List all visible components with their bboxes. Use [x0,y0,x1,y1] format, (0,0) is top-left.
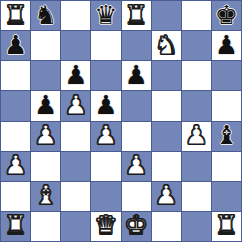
square-a5[interactable] [1,91,30,120]
white-king-e1[interactable]: ♚ [124,212,147,238]
square-e4[interactable] [122,122,151,151]
white-pawn-c5[interactable]: ♟ [64,92,87,118]
square-e1[interactable]: ♚ [122,212,151,241]
black-pawn-e6[interactable]: ♟ [124,62,147,88]
square-a4[interactable] [1,122,30,151]
square-e7[interactable] [122,31,151,60]
square-g5[interactable] [182,91,211,120]
white-rook-e8[interactable]: ♜ [124,2,147,28]
square-b3[interactable] [31,152,60,181]
square-f1[interactable] [152,212,181,241]
square-d1[interactable]: ♛ [91,212,120,241]
white-pawn-f2[interactable]: ♟ [155,182,178,208]
square-e8[interactable]: ♜ [122,1,151,30]
square-h6[interactable] [212,61,241,90]
square-f3[interactable] [152,152,181,181]
chess-board: ♜♞♛♜♚♟♞♟♟♟♟♟♟♟♟♟♝♟♟♝♟♜♛♚♜ [0,0,242,242]
black-pawn-c6[interactable]: ♟ [64,62,87,88]
square-c3[interactable] [61,152,90,181]
square-f5[interactable] [152,91,181,120]
square-h4[interactable]: ♝ [212,122,241,151]
square-b4[interactable]: ♟ [31,122,60,151]
white-pawn-a3[interactable]: ♟ [4,152,27,178]
black-bishop-h4[interactable]: ♝ [215,122,238,148]
square-e6[interactable]: ♟ [122,61,151,90]
square-h2[interactable] [212,182,241,211]
white-rook-a1[interactable]: ♜ [4,212,27,238]
square-a8[interactable]: ♜ [1,1,30,30]
square-d7[interactable] [91,31,120,60]
black-queen-d8[interactable]: ♛ [94,2,117,28]
square-a3[interactable]: ♟ [1,152,30,181]
square-g6[interactable] [182,61,211,90]
square-b8[interactable]: ♞ [31,1,60,30]
square-b5[interactable]: ♟ [31,91,60,120]
square-c6[interactable]: ♟ [61,61,90,90]
square-f4[interactable] [152,122,181,151]
black-pawn-d5[interactable]: ♟ [94,92,117,118]
square-c7[interactable] [61,31,90,60]
square-g7[interactable] [182,31,211,60]
square-b7[interactable] [31,31,60,60]
square-c2[interactable] [61,182,90,211]
square-c4[interactable] [61,122,90,151]
square-c8[interactable] [61,1,90,30]
white-pawn-g4[interactable]: ♟ [185,122,208,148]
square-f7[interactable]: ♞ [152,31,181,60]
square-e3[interactable]: ♟ [122,152,151,181]
square-h8[interactable]: ♚ [212,1,241,30]
black-pawn-h7[interactable]: ♟ [215,32,238,58]
square-d2[interactable] [91,182,120,211]
square-e5[interactable] [122,91,151,120]
square-g8[interactable] [182,1,211,30]
square-a1[interactable]: ♜ [1,212,30,241]
square-g2[interactable] [182,182,211,211]
square-d4[interactable]: ♟ [91,122,120,151]
square-d8[interactable]: ♛ [91,1,120,30]
square-g3[interactable] [182,152,211,181]
square-d6[interactable] [91,61,120,90]
white-knight-f7[interactable]: ♞ [155,32,178,58]
square-h3[interactable] [212,152,241,181]
white-rook-h1[interactable]: ♜ [215,212,238,238]
black-pawn-a7[interactable]: ♟ [4,32,27,58]
black-pawn-b5[interactable]: ♟ [34,92,57,118]
square-f8[interactable] [152,1,181,30]
square-c5[interactable]: ♟ [61,91,90,120]
square-b1[interactable] [31,212,60,241]
square-a2[interactable] [1,182,30,211]
white-pawn-b4[interactable]: ♟ [34,122,57,148]
square-f6[interactable] [152,61,181,90]
square-g1[interactable] [182,212,211,241]
white-rook-a8[interactable]: ♜ [4,2,27,28]
square-h7[interactable]: ♟ [212,31,241,60]
square-a7[interactable]: ♟ [1,31,30,60]
white-queen-d1[interactable]: ♛ [94,212,117,238]
square-a6[interactable] [1,61,30,90]
square-g4[interactable]: ♟ [182,122,211,151]
white-pawn-d4[interactable]: ♟ [94,122,117,148]
square-c1[interactable] [61,212,90,241]
white-pawn-e3[interactable]: ♟ [124,152,147,178]
black-king-h8[interactable]: ♚ [215,2,238,28]
square-f2[interactable]: ♟ [152,182,181,211]
square-b6[interactable] [31,61,60,90]
black-knight-b8[interactable]: ♞ [34,2,57,28]
square-d5[interactable]: ♟ [91,91,120,120]
square-e2[interactable] [122,182,151,211]
square-d3[interactable] [91,152,120,181]
square-h1[interactable]: ♜ [212,212,241,241]
white-bishop-b2[interactable]: ♝ [34,182,57,208]
square-b2[interactable]: ♝ [31,182,60,211]
square-h5[interactable] [212,91,241,120]
